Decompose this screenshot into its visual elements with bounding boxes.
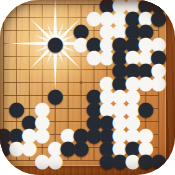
white-stone: ●	[150, 72, 167, 91]
go-app-icon: ●●●●●●●●●●●●●●●●●●●●●●●●●●●●●●●●●●●●●●●●…	[0, 0, 175, 175]
white-stone: ●	[47, 150, 64, 169]
black-stone: ●	[47, 33, 64, 52]
black-stone: ●	[150, 150, 167, 169]
stones-layer: ●●●●●●●●●●●●●●●●●●●●●●●●●●●●●●●●●●●●●●●●…	[0, 0, 175, 175]
black-stone: ●	[73, 137, 90, 156]
